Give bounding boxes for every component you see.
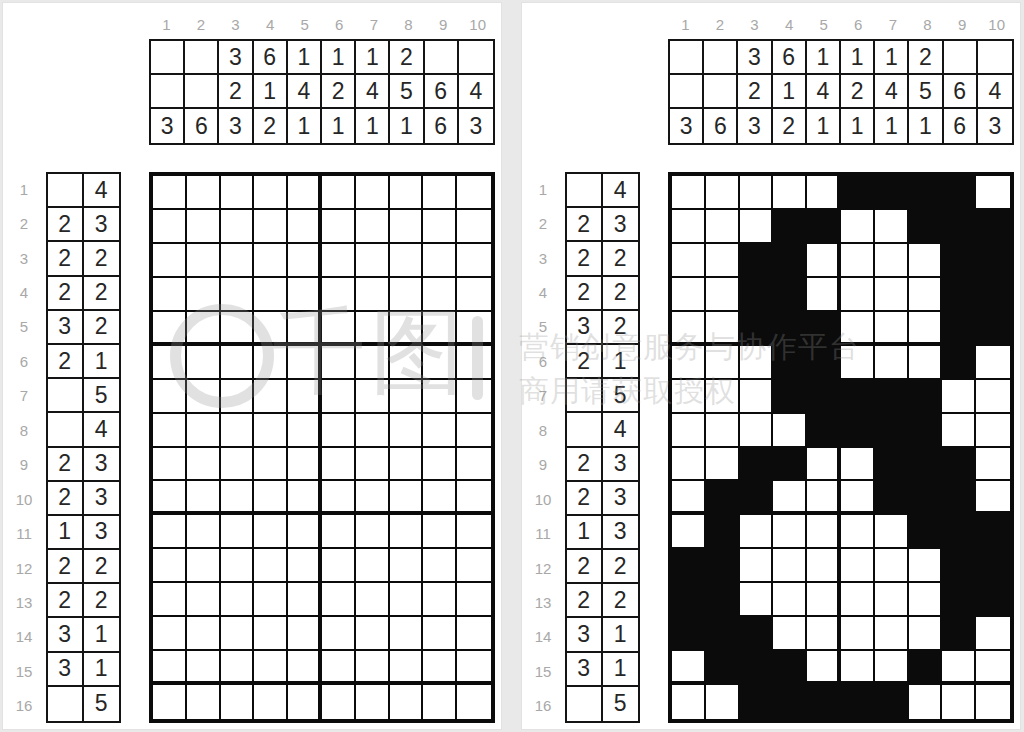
grid-cell-empty (322, 583, 356, 617)
grid-cell-filled (942, 448, 976, 482)
grid-cell-empty (875, 210, 909, 244)
grid-cell-empty (706, 176, 740, 210)
grid-cell-empty (356, 244, 390, 278)
grid-cell-empty (807, 278, 841, 312)
grid-cell-empty (807, 617, 841, 651)
grid-cell-empty (457, 617, 491, 651)
grid-cell-filled (942, 210, 976, 244)
clue-cell: 2 (567, 242, 603, 276)
clue-cell-blank (670, 75, 704, 109)
axis-label: 8 (526, 413, 560, 447)
grid-cell-empty (187, 651, 221, 685)
grid-cell-empty (322, 380, 356, 414)
grid-cell-empty (288, 583, 322, 617)
grid-cell-empty (356, 312, 390, 346)
grid-cell-filled (740, 278, 774, 312)
grid-cell-empty (356, 346, 390, 380)
grid-cell-empty (807, 176, 841, 210)
clue-cell-blank (425, 41, 459, 75)
grid-cell-empty (254, 549, 288, 583)
grid-cell-empty (457, 176, 491, 210)
clue-cell: 2 (567, 345, 603, 379)
grid-cell-empty (322, 651, 356, 685)
grid-cell-empty (322, 414, 356, 448)
axis-label: 6 (322, 13, 357, 35)
grid-cell-empty (423, 312, 457, 346)
grid-cell-empty (706, 210, 740, 244)
grid-cell-empty (457, 583, 491, 617)
grid-cell-filled (773, 651, 807, 685)
grid-cell-empty (288, 481, 322, 515)
grid-cell-empty (672, 685, 706, 719)
clue-cell-blank (978, 41, 1012, 75)
grid-cell-empty (153, 617, 187, 651)
clue-cell: 2 (567, 482, 603, 516)
grid-cell-empty (390, 380, 424, 414)
clue-cell: 1 (288, 109, 322, 143)
axis-label: 14 (526, 620, 560, 654)
grid-cell-empty (254, 481, 288, 515)
grid-cell-filled (706, 515, 740, 549)
grid-cell-empty (740, 210, 774, 244)
axis-label: 1 (149, 13, 184, 35)
grid-cell-empty (423, 346, 457, 380)
grid-cell-empty (221, 617, 255, 651)
grid-cell-empty (221, 515, 255, 549)
grid-cell-empty (221, 278, 255, 312)
grid-cell-empty (773, 549, 807, 583)
grid-cell-empty (390, 278, 424, 312)
grid-cell-filled (672, 617, 706, 651)
axis-label: 10 (7, 482, 41, 516)
grid-cell-empty (288, 244, 322, 278)
clue-cell: 2 (603, 550, 639, 584)
grid-cell-empty (875, 346, 909, 380)
grid-cell-empty (875, 515, 909, 549)
clue-cell: 2 (84, 277, 120, 311)
grid-cell-filled (942, 617, 976, 651)
clue-cell-blank (704, 75, 738, 109)
clue-cell: 2 (567, 448, 603, 482)
grid-cell-empty (153, 515, 187, 549)
grid-cell-empty (841, 448, 875, 482)
grid-cell-empty (288, 651, 322, 685)
axis-label: 3 (218, 13, 253, 35)
clue-cell: 1 (254, 75, 288, 109)
clue-cell-blank (185, 75, 219, 109)
grid-cell-empty (457, 312, 491, 346)
grid-cell-empty (807, 651, 841, 685)
grid-cell-empty (390, 176, 424, 210)
grid-cell-empty (288, 515, 322, 549)
grid-cell-empty (672, 244, 706, 278)
row-clues-grid: 4232222322154232313222231315 (565, 172, 640, 723)
grid-cell-empty (153, 583, 187, 617)
grid-cell-empty (322, 244, 356, 278)
grid-cell-empty (706, 685, 740, 719)
grid-cell-empty (254, 583, 288, 617)
grid-cell-empty (221, 210, 255, 244)
grid-cell-empty (706, 448, 740, 482)
grid-cell-empty (773, 515, 807, 549)
clue-cell: 3 (603, 482, 639, 516)
grid-cell-filled (773, 278, 807, 312)
grid-cell-empty (288, 617, 322, 651)
grid-cell-filled (942, 312, 976, 346)
grid-cell-empty (254, 244, 288, 278)
grid-cell-filled (740, 651, 774, 685)
grid-cell-empty (807, 583, 841, 617)
clue-cell: 2 (84, 242, 120, 276)
clue-cell: 2 (48, 448, 84, 482)
clue-cell-blank (567, 174, 603, 208)
grid-cell-filled (942, 176, 976, 210)
grid-cell-empty (740, 515, 774, 549)
clue-cell: 3 (48, 618, 84, 652)
axis-label: 12 (7, 551, 41, 585)
grid-cell-filled (773, 210, 807, 244)
axis-label: 2 (703, 13, 738, 35)
clue-cell-blank (48, 174, 84, 208)
grid-cell-empty (356, 617, 390, 651)
clue-cell: 1 (356, 109, 390, 143)
grid-cell-filled (942, 583, 976, 617)
grid-cell-filled (875, 448, 909, 482)
grid-cell-empty (909, 312, 943, 346)
grid-cell-filled (909, 448, 943, 482)
row-number-labels: 12345678910111213141516 (526, 172, 560, 723)
grid-cell-empty (457, 481, 491, 515)
clue-cell: 4 (603, 413, 639, 447)
grid-cell-filled (807, 312, 841, 346)
axis-label: 4 (253, 13, 288, 35)
grid-cell-empty (390, 481, 424, 515)
grid-cell-empty (356, 481, 390, 515)
grid-cell-filled (942, 346, 976, 380)
grid-cell-empty (457, 346, 491, 380)
clue-cell: 3 (567, 653, 603, 687)
grid-cell-filled (875, 176, 909, 210)
grid-cell-filled (909, 481, 943, 515)
axis-label: 11 (526, 516, 560, 550)
row-number-labels: 12345678910111213141516 (7, 172, 41, 723)
grid-cell-empty (187, 617, 221, 651)
grid-cell-empty (254, 210, 288, 244)
grid-cell-empty (254, 312, 288, 346)
grid-cell-empty (423, 448, 457, 482)
grid-cell-filled (807, 346, 841, 380)
grid-cell-empty (356, 583, 390, 617)
grid-cell-empty (909, 346, 943, 380)
axis-label: 1 (526, 172, 560, 206)
grid-cell-filled (976, 583, 1010, 617)
grid-cell-empty (942, 380, 976, 414)
grid-cell-empty (187, 414, 221, 448)
axis-label: 9 (945, 13, 980, 35)
grid-cell-empty (221, 414, 255, 448)
clue-cell-blank (459, 41, 493, 75)
grid-cell-empty (672, 176, 706, 210)
grid-cell-empty (254, 380, 288, 414)
grid-cell-empty (909, 549, 943, 583)
grid-cell-empty (390, 549, 424, 583)
axis-label: 5 (287, 13, 322, 35)
grid-cell-empty (740, 583, 774, 617)
grid-cell-empty (187, 380, 221, 414)
grid-cell-filled (807, 380, 841, 414)
grid-cell-empty (706, 244, 740, 278)
grid-cell-empty (773, 481, 807, 515)
grid-cell-empty (356, 210, 390, 244)
clue-cell: 1 (841, 109, 875, 143)
grid-cell-filled (807, 414, 841, 448)
grid-cell-empty (773, 176, 807, 210)
grid-cell-empty (841, 549, 875, 583)
grid-cell-empty (423, 278, 457, 312)
clue-cell: 2 (84, 550, 120, 584)
clue-cell: 1 (773, 75, 807, 109)
grid-cell-empty (254, 651, 288, 685)
grid-cell-empty (153, 346, 187, 380)
grid-cell-empty (457, 380, 491, 414)
grid-cell-empty (254, 515, 288, 549)
axis-label: 9 (426, 13, 461, 35)
grid-cell-empty (976, 380, 1010, 414)
grid-cell-empty (875, 651, 909, 685)
grid-cell-empty (457, 210, 491, 244)
grid-cell-empty (909, 244, 943, 278)
grid-cell-empty (390, 414, 424, 448)
grid-cell-empty (423, 651, 457, 685)
grid-cell-empty (841, 244, 875, 278)
grid-cell-filled (706, 549, 740, 583)
grid-cell-empty (153, 651, 187, 685)
grid-cell-empty (942, 414, 976, 448)
grid-cell-empty (322, 617, 356, 651)
grid-cell-empty (288, 210, 322, 244)
grid-cell-empty (153, 685, 187, 719)
grid-cell-empty (187, 176, 221, 210)
clue-cell: 5 (603, 379, 639, 413)
clue-cell: 1 (322, 109, 356, 143)
axis-label: 2 (526, 206, 560, 240)
grid-cell-empty (390, 210, 424, 244)
clue-cell: 2 (322, 75, 356, 109)
grid-cell-empty (841, 617, 875, 651)
panel-puzzle-unsolved: 12345678910 361112214245643632111163 123… (2, 2, 502, 730)
grid-cell-empty (356, 685, 390, 719)
grid-cell-empty (221, 346, 255, 380)
grid-cell-empty (356, 380, 390, 414)
clue-cell-blank (151, 41, 185, 75)
grid-cell-empty (153, 312, 187, 346)
grid-cell-empty (875, 549, 909, 583)
grid-cell-empty (254, 346, 288, 380)
panel-puzzle-solved: 12345678910 361112214245643632111163 123… (521, 2, 1021, 730)
grid-cell-empty (773, 583, 807, 617)
grid-cell-empty (221, 583, 255, 617)
grid-cell-empty (187, 481, 221, 515)
grid-cell-empty (740, 176, 774, 210)
grid-cell-filled (807, 210, 841, 244)
grid-cell-empty (672, 481, 706, 515)
grid-cell-empty (976, 651, 1010, 685)
grid-cell-empty (187, 312, 221, 346)
nonogram-stock-image: 12345678910 361112214245643632111163 123… (0, 0, 1024, 732)
grid-cell-filled (672, 549, 706, 583)
grid-cell-empty (457, 685, 491, 719)
grid-cell-empty (221, 481, 255, 515)
clue-cell: 3 (567, 311, 603, 345)
clue-cell: 1 (322, 41, 356, 75)
clue-cell-blank (48, 687, 84, 721)
grid-cell-filled (976, 515, 1010, 549)
grid-cell-empty (672, 380, 706, 414)
grid-cell-empty (807, 549, 841, 583)
clue-cell: 3 (48, 311, 84, 345)
axis-label: 2 (184, 13, 219, 35)
clue-cell: 3 (219, 109, 253, 143)
grid-cell-empty (976, 481, 1010, 515)
clue-cell: 2 (390, 41, 424, 75)
grid-cell-empty (841, 210, 875, 244)
grid-cell-filled (909, 515, 943, 549)
grid-cell-empty (390, 244, 424, 278)
grid-cell-empty (187, 210, 221, 244)
clue-cell: 2 (603, 584, 639, 618)
grid-cell-empty (254, 278, 288, 312)
grid-cell-filled (942, 481, 976, 515)
clue-cell: 3 (48, 653, 84, 687)
grid-cell-filled (976, 210, 1010, 244)
grid-cell-empty (288, 414, 322, 448)
grid-cell-empty (153, 176, 187, 210)
axis-label: 4 (772, 13, 807, 35)
clue-cell: 2 (909, 41, 943, 75)
grid-cell-filled (976, 244, 1010, 278)
axis-label: 13 (526, 585, 560, 619)
axis-label: 10 (526, 482, 560, 516)
clue-cell: 3 (603, 516, 639, 550)
grid-cell-empty (807, 244, 841, 278)
grid-cell-empty (254, 617, 288, 651)
grid-cell-filled (740, 312, 774, 346)
grid-cell-empty (187, 448, 221, 482)
clue-cell: 2 (567, 550, 603, 584)
grid-cell-empty (457, 448, 491, 482)
clue-cell: 2 (254, 109, 288, 143)
clue-cell: 2 (567, 584, 603, 618)
clue-cell: 6 (773, 41, 807, 75)
grid-cell-filled (875, 414, 909, 448)
axis-label: 3 (7, 241, 41, 275)
grid-cell-empty (288, 346, 322, 380)
grid-cell-empty (322, 515, 356, 549)
grid-cell-empty (909, 617, 943, 651)
clue-cell: 5 (603, 687, 639, 721)
grid-cell-empty (841, 651, 875, 685)
grid-cell-empty (187, 549, 221, 583)
grid-cell-empty (322, 346, 356, 380)
grid-cell-filled (740, 244, 774, 278)
clue-cell: 4 (875, 75, 909, 109)
grid-cell-filled (706, 651, 740, 685)
clue-cell: 3 (84, 208, 120, 242)
axis-label: 14 (7, 620, 41, 654)
clue-cell-blank (567, 413, 603, 447)
grid-cell-filled (909, 414, 943, 448)
column-clues-grid: 361112214245643632111163 (149, 39, 495, 145)
grid-cell-empty (706, 312, 740, 346)
clue-cell: 1 (603, 345, 639, 379)
axis-label: 4 (7, 275, 41, 309)
grid-cell-empty (221, 176, 255, 210)
clue-cell: 6 (254, 41, 288, 75)
grid-cell-empty (672, 448, 706, 482)
axis-label: 9 (526, 448, 560, 482)
clue-cell: 1 (48, 516, 84, 550)
clue-cell: 1 (807, 41, 841, 75)
grid-cell-empty (288, 549, 322, 583)
clue-cell-blank (944, 41, 978, 75)
grid-cell-empty (423, 481, 457, 515)
axis-label: 16 (526, 689, 560, 723)
grid-cell-filled (875, 685, 909, 719)
grid-cell-empty (423, 380, 457, 414)
clue-cell: 3 (603, 448, 639, 482)
clue-cell: 5 (909, 75, 943, 109)
grid-cell-empty (457, 278, 491, 312)
grid-cell-empty (390, 651, 424, 685)
grid-cell-empty (187, 346, 221, 380)
clue-cell: 2 (738, 75, 772, 109)
grid-cell-empty (322, 685, 356, 719)
grid-cell-empty (909, 583, 943, 617)
grid-cell-filled (875, 481, 909, 515)
grid-cell-filled (942, 244, 976, 278)
grid-cell-filled (841, 414, 875, 448)
grid-cell-empty (672, 414, 706, 448)
grid-cell-filled (909, 651, 943, 685)
column-number-labels: 12345678910 (668, 13, 1014, 35)
clue-cell: 3 (84, 482, 120, 516)
grid-cell-empty (322, 210, 356, 244)
clue-cell-blank (567, 687, 603, 721)
grid-cell-empty (390, 515, 424, 549)
grid-cell-empty (773, 617, 807, 651)
grid-cell-empty (457, 244, 491, 278)
grid-cell-empty (942, 651, 976, 685)
clue-cell: 2 (603, 242, 639, 276)
grid-cell-empty (288, 278, 322, 312)
grid-cell-empty (356, 448, 390, 482)
grid-cell-filled (740, 448, 774, 482)
grid-cell-empty (254, 176, 288, 210)
axis-label: 8 (391, 13, 426, 35)
grid-cell-empty (322, 312, 356, 346)
axis-label: 3 (737, 13, 772, 35)
axis-label: 12 (526, 551, 560, 585)
grid-cell-empty (740, 380, 774, 414)
clue-cell: 5 (84, 379, 120, 413)
grid-cell-empty (423, 414, 457, 448)
clue-cell: 1 (84, 345, 120, 379)
clue-cell: 2 (219, 75, 253, 109)
grid-cell-empty (322, 448, 356, 482)
clue-cell: 2 (603, 277, 639, 311)
axis-label: 7 (876, 13, 911, 35)
grid-cell-empty (254, 414, 288, 448)
